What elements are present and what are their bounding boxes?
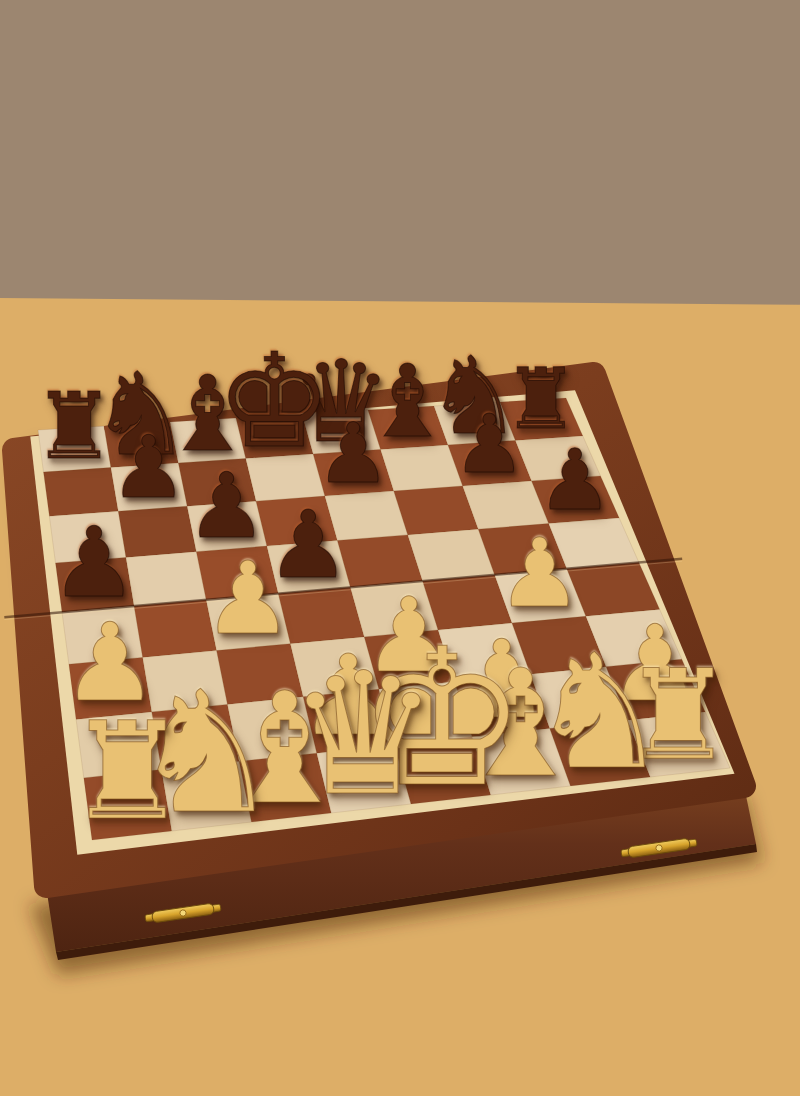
piece-black-rook-a8[interactable]: ♜ [33, 381, 115, 473]
piece-black-pawn-g7[interactable]: ♟ [453, 404, 526, 485]
piece-white-rook-a1[interactable]: ♜ [67, 704, 188, 839]
piece-black-pawn-e7[interactable]: ♟ [316, 412, 390, 495]
piece-black-pawn-b7[interactable]: ♟ [110, 424, 187, 510]
piece-black-pawn-h6[interactable]: ♟ [537, 438, 612, 522]
photo-scene: ♜♞♝♚♛♝♞♜♟♟♟♟♟♟♟♟♟♟♟♟♟♟♜♞♝♛♚♝♞♜ [0, 0, 800, 1096]
piece-white-pawn-g4[interactable]: ♟ [497, 526, 582, 621]
square-b5[interactable] [126, 552, 206, 606]
piece-white-pawn-c4[interactable]: ♟ [203, 549, 293, 649]
piece-black-pawn-a5[interactable]: ♟ [51, 514, 138, 611]
piece-black-pawn-c6[interactable]: ♟ [186, 461, 267, 551]
